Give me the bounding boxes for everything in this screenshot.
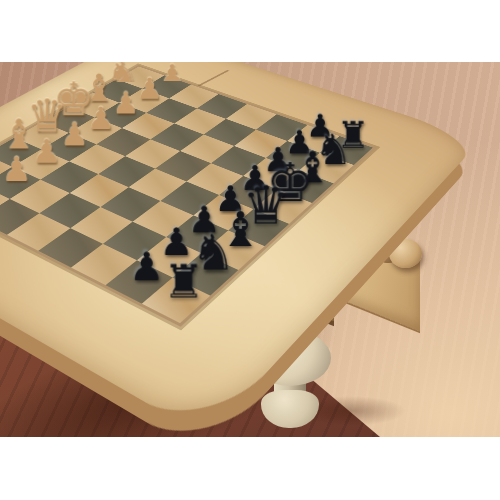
front-leg-foot (261, 390, 319, 428)
chess-table-photo: ♜♞♝♛♚♝♞♜♟♟♟♟♟♟♟♟♟♟♟♟♟♟♟♟♜♞♝♛♚♝♞♜ (0, 62, 500, 437)
piece-white-pawn-a2[interactable]: ♟ (0, 163, 6, 205)
piece-black-rook-a8[interactable]: ♜ (159, 249, 208, 304)
photo-page: ♜♞♝♛♚♝♞♜♟♟♟♟♟♟♟♟♟♟♟♟♟♟♟♟♜♞♝♛♚♝♞♜ (0, 0, 500, 500)
